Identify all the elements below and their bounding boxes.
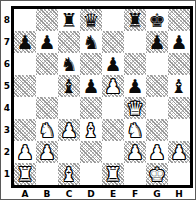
square-a8 [14, 9, 36, 31]
square-f6 [124, 53, 146, 75]
piece-black-rook-f8: ♜ [126, 11, 143, 30]
square-a2: ♟ [14, 141, 36, 163]
square-f1 [124, 163, 146, 185]
piece-white-rook-a1: ♜ [16, 165, 33, 184]
file-label-f: F [124, 188, 146, 200]
square-f8: ♜ [124, 9, 146, 31]
piece-white-pawn-g2: ♟ [148, 143, 165, 162]
square-a1: ♜ [14, 163, 36, 185]
file-label-a: A [14, 188, 36, 200]
square-b1 [36, 163, 58, 185]
square-h1 [168, 163, 190, 185]
square-b6 [36, 53, 58, 75]
piece-black-queen-d8: ♛ [82, 11, 99, 30]
square-e2 [102, 141, 124, 163]
piece-black-knight-c6: ♞ [60, 55, 77, 74]
square-d1 [80, 163, 102, 185]
piece-black-pawn-e6: ♟ [104, 55, 121, 74]
square-e8 [102, 9, 124, 31]
piece-black-pawn-f5: ♟ [126, 77, 143, 96]
square-g7: ♟ [146, 31, 168, 53]
square-g3 [146, 119, 168, 141]
square-d8: ♛ [80, 9, 102, 31]
piece-white-pawn-e5: ♟ [104, 77, 121, 96]
piece-white-pawn-a2: ♟ [16, 143, 33, 162]
square-h7: ♟ [168, 31, 190, 53]
square-c1: ♝ [58, 163, 80, 185]
piece-white-rook-e1: ♜ [104, 165, 121, 184]
square-h2: ♟ [168, 141, 190, 163]
square-d2 [80, 141, 102, 163]
piece-white-king-g1: ♚ [148, 165, 165, 184]
square-h3 [168, 119, 190, 141]
rank-label-3: 3 [1, 119, 10, 141]
square-a5 [14, 75, 36, 97]
square-e4 [102, 97, 124, 119]
square-b4 [36, 97, 58, 119]
square-g8: ♚ [146, 9, 168, 31]
piece-black-pawn-b7: ♟ [38, 33, 55, 52]
square-e3 [102, 119, 124, 141]
square-b2: ♟ [36, 141, 58, 163]
square-g4 [146, 97, 168, 119]
piece-black-knight-d7: ♞ [82, 33, 99, 52]
square-a4 [14, 97, 36, 119]
rank-labels: 87654321 [1, 9, 10, 185]
square-f5: ♟ [124, 75, 146, 97]
square-d7: ♞ [80, 31, 102, 53]
piece-black-king-g8: ♚ [148, 11, 165, 30]
square-f4: ♛ [124, 97, 146, 119]
square-g2: ♟ [146, 141, 168, 163]
square-h8 [168, 9, 190, 31]
piece-black-pawn-d5: ♟ [82, 77, 99, 96]
piece-black-bishop-h5: ♝ [170, 77, 187, 96]
square-a6 [14, 53, 36, 75]
square-h5: ♝ [168, 75, 190, 97]
square-c3: ♟ [58, 119, 80, 141]
square-e1: ♜ [102, 163, 124, 185]
piece-white-queen-f4: ♛ [126, 99, 143, 118]
piece-black-bishop-c5: ♝ [60, 77, 77, 96]
piece-black-pawn-h7: ♟ [170, 33, 187, 52]
rank-label-5: 5 [1, 75, 10, 97]
piece-black-rook-c8: ♜ [60, 11, 77, 30]
square-b8 [36, 9, 58, 31]
square-c2 [58, 141, 80, 163]
piece-white-bishop-d3: ♝ [82, 121, 99, 140]
piece-white-knight-b3: ♞ [38, 121, 55, 140]
square-g6 [146, 53, 168, 75]
rank-label-2: 2 [1, 141, 10, 163]
rank-label-1: 1 [1, 163, 10, 185]
square-c6: ♞ [58, 53, 80, 75]
rank-label-6: 6 [1, 53, 10, 75]
piece-white-knight-f3: ♞ [126, 121, 143, 140]
square-f7 [124, 31, 146, 53]
rank-label-4: 4 [1, 97, 10, 119]
square-e6: ♟ [102, 53, 124, 75]
square-a3 [14, 119, 36, 141]
file-label-e: E [102, 188, 124, 200]
square-c4 [58, 97, 80, 119]
square-c5: ♝ [58, 75, 80, 97]
rank-label-8: 8 [1, 9, 10, 31]
chess-board: ♜♛♜♚♟♟♞♟♟♞♟♝♟♟♟♝♛♞♟♝♞♟♟♟♟♟♜♝♜♚ [14, 9, 190, 185]
piece-white-pawn-b2: ♟ [38, 143, 55, 162]
file-label-h: H [168, 188, 190, 200]
square-f2: ♟ [124, 141, 146, 163]
square-d5: ♟ [80, 75, 102, 97]
square-h6 [168, 53, 190, 75]
square-b5 [36, 75, 58, 97]
piece-white-pawn-h2: ♟ [170, 143, 187, 162]
square-d6 [80, 53, 102, 75]
rank-label-7: 7 [1, 31, 10, 53]
piece-white-pawn-c3: ♟ [60, 121, 77, 140]
square-f3: ♞ [124, 119, 146, 141]
file-label-g: G [146, 188, 168, 200]
piece-black-pawn-a7: ♟ [16, 33, 33, 52]
square-g5 [146, 75, 168, 97]
square-e5: ♟ [102, 75, 124, 97]
piece-white-bishop-c1: ♝ [60, 165, 77, 184]
square-d3: ♝ [80, 119, 102, 141]
square-g1: ♚ [146, 163, 168, 185]
chess-diagram: 87654321 ♜♛♜♚♟♟♞♟♟♞♟♝♟♟♟♝♛♞♟♝♞♟♟♟♟♟♜♝♜♚ … [0, 0, 196, 200]
square-h4 [168, 97, 190, 119]
square-a7: ♟ [14, 31, 36, 53]
piece-white-pawn-f2: ♟ [126, 143, 143, 162]
board-frame: ♜♛♜♚♟♟♞♟♟♞♟♝♟♟♟♝♛♞♟♝♞♟♟♟♟♟♜♝♜♚ [11, 6, 193, 188]
file-label-c: C [58, 188, 80, 200]
square-c7 [58, 31, 80, 53]
square-b3: ♞ [36, 119, 58, 141]
square-c8: ♜ [58, 9, 80, 31]
file-labels: ABCDEFGH [14, 188, 190, 200]
square-d4 [80, 97, 102, 119]
file-label-d: D [80, 188, 102, 200]
file-label-b: B [36, 188, 58, 200]
piece-black-pawn-g7: ♟ [148, 33, 165, 52]
square-e7 [102, 31, 124, 53]
square-b7: ♟ [36, 31, 58, 53]
